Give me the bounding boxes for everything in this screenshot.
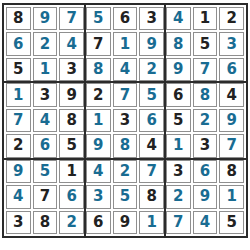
cell-r6c2[interactable]: 6 (33, 134, 58, 157)
cell-r1c3[interactable]: 7 (59, 7, 84, 30)
cell-r4c8[interactable]: 8 (193, 83, 218, 106)
cell-r8c6[interactable]: 8 (139, 185, 164, 208)
cell-r4c5[interactable]: 7 (113, 83, 138, 106)
cell-r7c4[interactable]: 4 (86, 160, 111, 183)
cell-r6c1[interactable]: 2 (6, 134, 31, 157)
cell-r8c1[interactable]: 4 (6, 185, 31, 208)
cell-r7c6[interactable]: 7 (139, 160, 164, 183)
cell-r7c1[interactable]: 9 (6, 160, 31, 183)
cell-r8c3[interactable]: 6 (59, 185, 84, 208)
cell-r2c6[interactable]: 9 (139, 32, 164, 55)
cell-r2c4[interactable]: 7 (86, 32, 111, 55)
cell-r6c3[interactable]: 5 (59, 134, 84, 157)
cell-r9c5[interactable]: 9 (113, 211, 138, 234)
cell-r5c8[interactable]: 2 (193, 109, 218, 132)
cell-r4c4[interactable]: 2 (86, 83, 111, 106)
cell-r1c5[interactable]: 6 (113, 7, 138, 30)
sudoku-grid: 8975634126247198535138429761392756847481… (4, 5, 246, 236)
cell-r2c8[interactable]: 5 (193, 32, 218, 55)
cell-r3c1[interactable]: 5 (6, 58, 31, 81)
cell-r6c5[interactable]: 8 (113, 134, 138, 157)
cell-r4c3[interactable]: 9 (59, 83, 84, 106)
cell-r5c7[interactable]: 5 (166, 109, 191, 132)
cell-r4c9[interactable]: 4 (219, 83, 244, 106)
cell-r1c6[interactable]: 3 (139, 7, 164, 30)
cell-r8c4[interactable]: 3 (86, 185, 111, 208)
cell-r7c3[interactable]: 1 (59, 160, 84, 183)
cell-r9c7[interactable]: 7 (166, 211, 191, 234)
cell-r3c4[interactable]: 8 (86, 58, 111, 81)
cell-r5c5[interactable]: 3 (113, 109, 138, 132)
cell-r5c9[interactable]: 9 (219, 109, 244, 132)
cell-r1c9[interactable]: 2 (219, 7, 244, 30)
cell-r4c1[interactable]: 1 (6, 83, 31, 106)
cell-r6c8[interactable]: 3 (193, 134, 218, 157)
cell-r2c9[interactable]: 3 (219, 32, 244, 55)
cell-r9c3[interactable]: 2 (59, 211, 84, 234)
cell-r8c7[interactable]: 2 (166, 185, 191, 208)
cell-r3c5[interactable]: 4 (113, 58, 138, 81)
cell-r8c2[interactable]: 7 (33, 185, 58, 208)
cell-r9c9[interactable]: 5 (219, 211, 244, 234)
cell-r3c3[interactable]: 3 (59, 58, 84, 81)
cell-r9c4[interactable]: 6 (86, 211, 111, 234)
cell-r5c4[interactable]: 1 (86, 109, 111, 132)
cell-r4c2[interactable]: 3 (33, 83, 58, 106)
cell-r6c4[interactable]: 9 (86, 134, 111, 157)
cell-r4c7[interactable]: 6 (166, 83, 191, 106)
cell-r4c6[interactable]: 5 (139, 83, 164, 106)
cell-r2c2[interactable]: 2 (33, 32, 58, 55)
cell-r2c5[interactable]: 1 (113, 32, 138, 55)
cell-r2c1[interactable]: 6 (6, 32, 31, 55)
cell-r7c5[interactable]: 2 (113, 160, 138, 183)
cell-r9c2[interactable]: 8 (33, 211, 58, 234)
cell-r3c6[interactable]: 2 (139, 58, 164, 81)
cell-r6c9[interactable]: 7 (219, 134, 244, 157)
cell-r5c6[interactable]: 6 (139, 109, 164, 132)
cell-r3c9[interactable]: 6 (219, 58, 244, 81)
cell-r9c8[interactable]: 4 (193, 211, 218, 234)
cell-r5c1[interactable]: 7 (6, 109, 31, 132)
cell-r7c9[interactable]: 8 (219, 160, 244, 183)
cell-r2c7[interactable]: 8 (166, 32, 191, 55)
cell-r6c7[interactable]: 1 (166, 134, 191, 157)
cell-r6c6[interactable]: 4 (139, 134, 164, 157)
cell-r8c8[interactable]: 9 (193, 185, 218, 208)
cell-r3c7[interactable]: 9 (166, 58, 191, 81)
cell-r7c7[interactable]: 3 (166, 160, 191, 183)
cell-r1c7[interactable]: 4 (166, 7, 191, 30)
sudoku-board: 8975634126247198535138429761392756847481… (2, 3, 248, 238)
cell-r5c3[interactable]: 8 (59, 109, 84, 132)
cell-r1c1[interactable]: 8 (6, 7, 31, 30)
cell-r7c2[interactable]: 5 (33, 160, 58, 183)
cell-r9c1[interactable]: 3 (6, 211, 31, 234)
cell-r8c9[interactable]: 1 (219, 185, 244, 208)
cell-r9c6[interactable]: 1 (139, 211, 164, 234)
cell-r3c2[interactable]: 1 (33, 58, 58, 81)
cell-r8c5[interactable]: 5 (113, 185, 138, 208)
cell-r3c8[interactable]: 7 (193, 58, 218, 81)
cell-r1c2[interactable]: 9 (33, 7, 58, 30)
cell-r5c2[interactable]: 4 (33, 109, 58, 132)
cell-r1c4[interactable]: 5 (86, 7, 111, 30)
cell-r1c8[interactable]: 1 (193, 7, 218, 30)
cell-r2c3[interactable]: 4 (59, 32, 84, 55)
cell-r7c8[interactable]: 6 (193, 160, 218, 183)
